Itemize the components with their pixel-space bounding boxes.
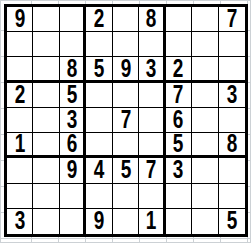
cell-r4c6[interactable] <box>139 83 165 108</box>
given-digit: 1 <box>14 133 25 157</box>
cell-r6c6[interactable] <box>139 133 165 158</box>
cell-r1c9[interactable]: 7 <box>219 7 245 32</box>
cell-r9c4[interactable]: 9 <box>86 209 112 234</box>
cell-r3c1[interactable] <box>7 57 33 82</box>
given-digit: 2 <box>173 57 184 81</box>
given-digit: 7 <box>226 7 237 32</box>
cell-r9c9[interactable]: 5 <box>219 209 245 234</box>
cell-r7c9[interactable] <box>219 158 245 183</box>
cell-r2c5[interactable] <box>113 32 139 57</box>
cell-r2c2[interactable] <box>33 32 59 57</box>
cell-r1c3[interactable] <box>60 7 86 32</box>
given-digit: 3 <box>14 209 25 234</box>
given-digit: 2 <box>14 83 25 108</box>
cell-r9c2[interactable] <box>33 209 59 234</box>
cell-r7c2[interactable] <box>33 158 59 183</box>
cell-r1c2[interactable] <box>33 7 59 32</box>
cell-r4c4[interactable] <box>86 83 112 108</box>
cell-r8c9[interactable] <box>219 184 245 209</box>
cell-r5c2[interactable] <box>33 108 59 133</box>
given-digit: 8 <box>66 57 77 81</box>
cell-r1c6[interactable]: 8 <box>139 7 165 32</box>
cell-r4c1[interactable]: 2 <box>7 83 33 108</box>
cell-r8c7[interactable] <box>166 184 192 209</box>
cell-r6c3[interactable]: 6 <box>60 133 86 158</box>
cell-r4c7[interactable]: 7 <box>166 83 192 108</box>
cell-r5c7[interactable]: 6 <box>166 108 192 133</box>
cell-r4c5[interactable] <box>113 83 139 108</box>
given-digit: 9 <box>94 209 105 234</box>
sudoku-board: 92878593225733761658945733915 <box>4 4 248 237</box>
cell-r2c1[interactable] <box>7 32 33 57</box>
cell-r5c4[interactable] <box>86 108 112 133</box>
cell-r2c8[interactable] <box>192 32 218 57</box>
cell-r5c3[interactable]: 3 <box>60 108 86 133</box>
cell-r6c5[interactable] <box>113 133 139 158</box>
cell-r1c5[interactable] <box>113 7 139 32</box>
cell-r3c8[interactable] <box>192 57 218 82</box>
cell-r2c9[interactable] <box>219 32 245 57</box>
cell-r7c4[interactable]: 4 <box>86 158 112 183</box>
cell-r3c3[interactable]: 8 <box>60 57 86 82</box>
cell-r9c6[interactable]: 1 <box>139 209 165 234</box>
given-digit: 7 <box>146 158 157 183</box>
cell-r9c8[interactable] <box>192 209 218 234</box>
cell-r1c7[interactable] <box>166 7 192 32</box>
cell-r6c2[interactable] <box>33 133 59 158</box>
cell-r9c7[interactable] <box>166 209 192 234</box>
cell-r7c3[interactable]: 9 <box>60 158 86 183</box>
cell-r2c3[interactable] <box>60 32 86 57</box>
given-digit: 9 <box>66 158 77 183</box>
cell-r9c3[interactable] <box>60 209 86 234</box>
given-digit: 9 <box>14 7 25 32</box>
given-digit: 2 <box>94 7 105 32</box>
given-digit: 5 <box>66 83 77 108</box>
given-digit: 5 <box>120 158 131 183</box>
cell-r4c2[interactable] <box>33 83 59 108</box>
given-digit: 1 <box>146 209 157 234</box>
given-digit: 8 <box>226 133 237 157</box>
cell-r2c6[interactable] <box>139 32 165 57</box>
cell-r2c7[interactable] <box>166 32 192 57</box>
cell-r8c5[interactable] <box>113 184 139 209</box>
cell-r3c6[interactable]: 3 <box>139 57 165 82</box>
cell-r5c9[interactable] <box>219 108 245 133</box>
cell-r8c2[interactable] <box>33 184 59 209</box>
cell-r8c3[interactable] <box>60 184 86 209</box>
given-digit: 9 <box>120 57 131 81</box>
cell-r3c9[interactable] <box>219 57 245 82</box>
cell-r8c6[interactable] <box>139 184 165 209</box>
cell-r7c7[interactable]: 3 <box>166 158 192 183</box>
given-digit: 7 <box>173 83 184 108</box>
cell-r5c5[interactable]: 7 <box>113 108 139 133</box>
cell-r4c9[interactable]: 3 <box>219 83 245 108</box>
cell-r3c7[interactable]: 2 <box>166 57 192 82</box>
given-digit: 3 <box>146 57 157 81</box>
cell-r8c1[interactable] <box>7 184 33 209</box>
cell-r3c2[interactable] <box>33 57 59 82</box>
cell-r9c1[interactable]: 3 <box>7 209 33 234</box>
given-digit: 6 <box>173 108 184 133</box>
given-digit: 8 <box>146 7 157 32</box>
cell-r1c8[interactable] <box>192 7 218 32</box>
given-digit: 5 <box>226 209 237 234</box>
cell-r3c5[interactable]: 9 <box>113 57 139 82</box>
cell-r6c1[interactable]: 1 <box>7 133 33 158</box>
cell-r5c8[interactable] <box>192 108 218 133</box>
cell-r9c5[interactable] <box>113 209 139 234</box>
cell-r7c5[interactable]: 5 <box>113 158 139 183</box>
cell-r4c3[interactable]: 5 <box>60 83 86 108</box>
cell-r8c4[interactable] <box>86 184 112 209</box>
given-digit: 4 <box>94 158 105 183</box>
given-digit: 7 <box>120 108 131 133</box>
cell-r7c1[interactable] <box>7 158 33 183</box>
cell-r7c6[interactable]: 7 <box>139 158 165 183</box>
given-digit: 3 <box>66 108 77 133</box>
given-digit: 3 <box>173 158 184 183</box>
cell-r5c6[interactable] <box>139 108 165 133</box>
given-digit: 5 <box>173 133 184 157</box>
cell-r1c1[interactable]: 9 <box>7 7 33 32</box>
cell-r5c1[interactable] <box>7 108 33 133</box>
cell-r4c8[interactable] <box>192 83 218 108</box>
cell-r8c8[interactable] <box>192 184 218 209</box>
sudoku-canvas: 92878593225733761658945733915 <box>0 0 251 243</box>
cell-r3c4[interactable]: 5 <box>86 57 112 82</box>
cell-r6c9[interactable]: 8 <box>219 133 245 158</box>
given-digit: 3 <box>226 83 237 108</box>
cell-r6c4[interactable] <box>86 133 112 158</box>
given-digit: 6 <box>66 133 77 157</box>
cell-r6c7[interactable]: 5 <box>166 133 192 158</box>
cell-r7c8[interactable] <box>192 158 218 183</box>
given-digit: 5 <box>94 57 105 81</box>
cell-r1c4[interactable]: 2 <box>86 7 112 32</box>
cell-r2c4[interactable] <box>86 32 112 57</box>
cell-r6c8[interactable] <box>192 133 218 158</box>
